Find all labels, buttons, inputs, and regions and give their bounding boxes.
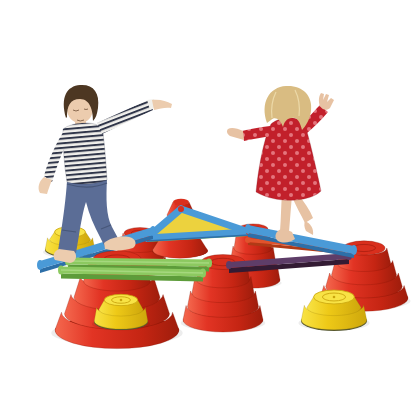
scene-svg: [0, 0, 415, 415]
dome-center-dot: [120, 299, 123, 302]
photo-canvas: [0, 0, 415, 415]
white-background: [0, 0, 415, 415]
platform-corner-connector: [178, 206, 184, 212]
cap-top: [173, 199, 189, 205]
dome-center-dot: [333, 296, 336, 299]
boy-torso-striped-shirt: [63, 123, 107, 184]
